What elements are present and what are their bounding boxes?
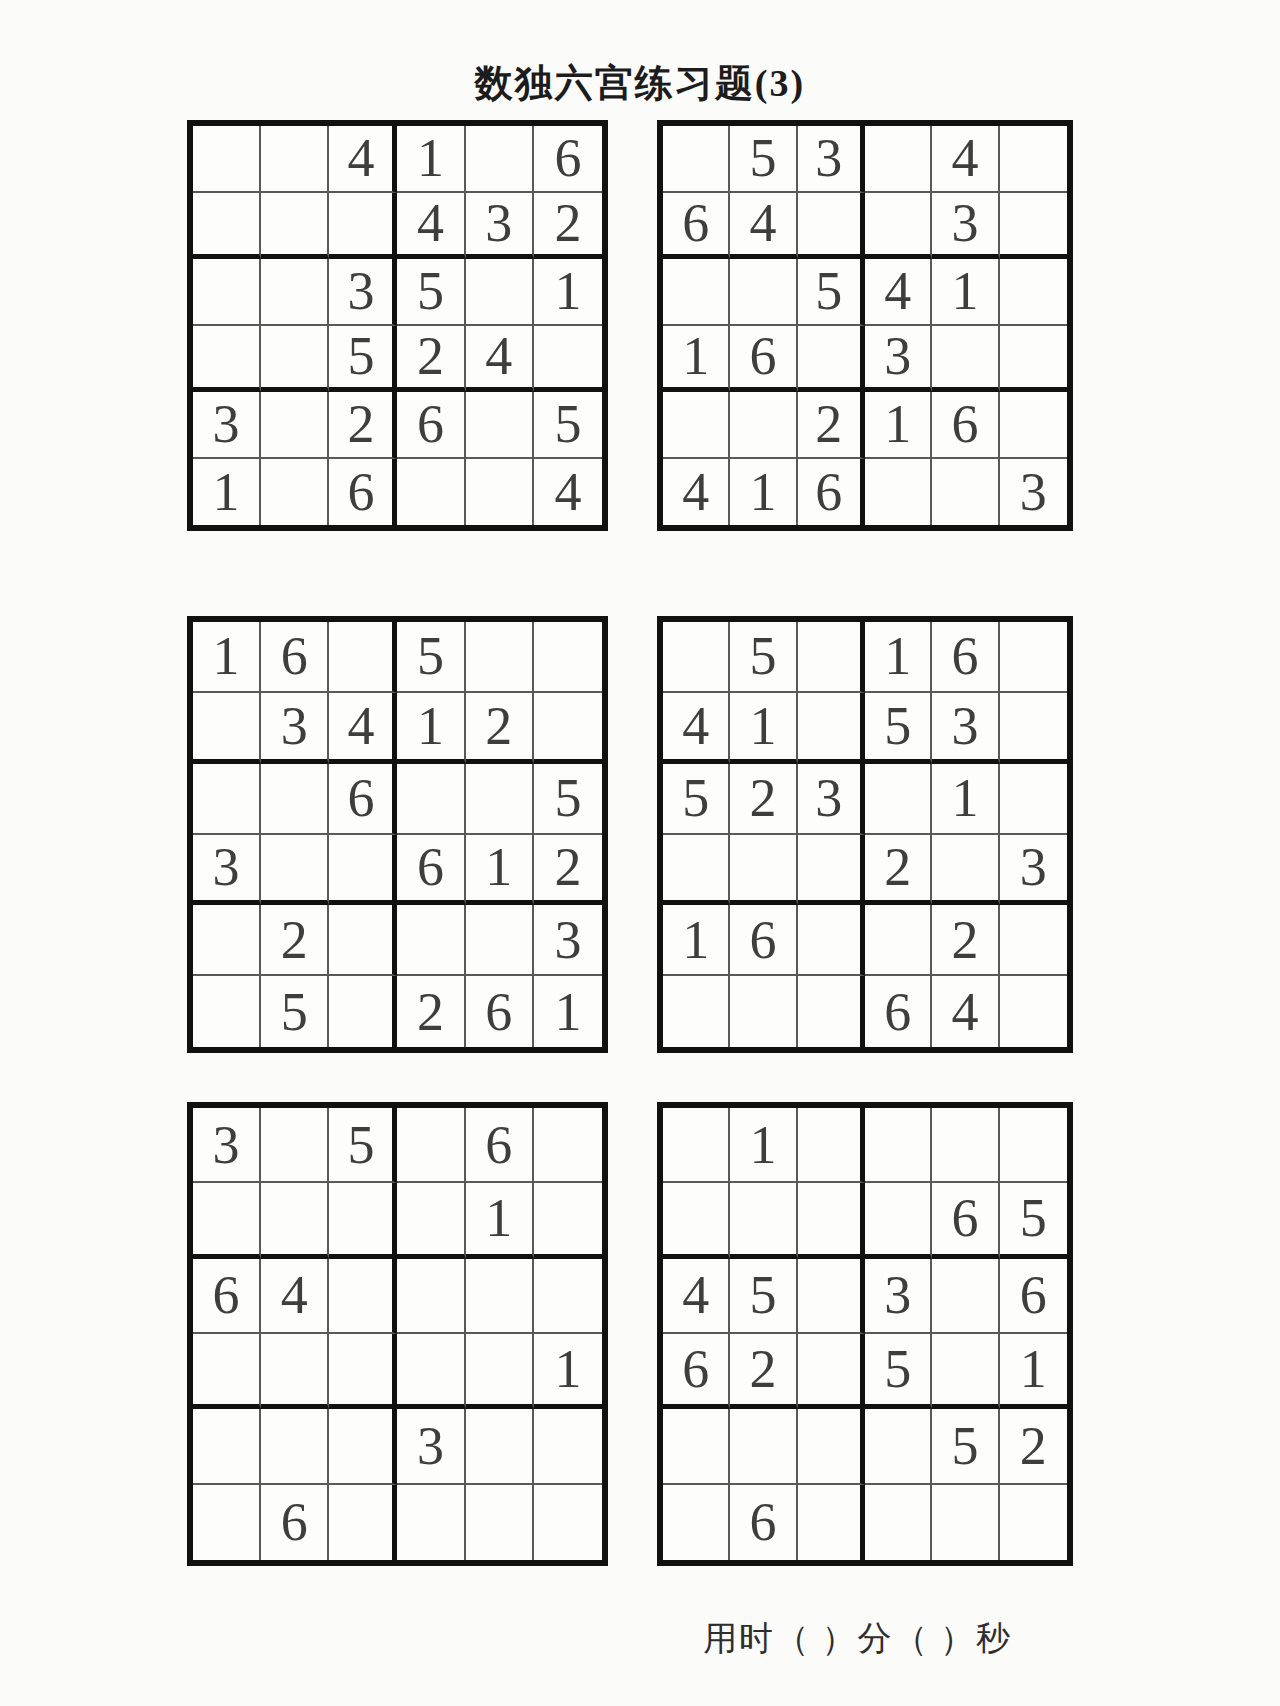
sudoku-cell-given: 3 bbox=[1000, 835, 1067, 906]
sudoku-cell-given: 6 bbox=[663, 1334, 730, 1409]
sudoku-cell-empty bbox=[932, 1259, 999, 1334]
sudoku-cell-empty bbox=[534, 693, 602, 764]
sudoku-cell-empty bbox=[663, 1485, 730, 1560]
sudoku-cell-empty bbox=[663, 1409, 730, 1484]
sudoku-cell-empty bbox=[261, 126, 329, 193]
sudoku-cell-given: 3 bbox=[193, 392, 261, 459]
sudoku-cell-given: 5 bbox=[534, 764, 602, 835]
sudoku-cell-given: 2 bbox=[1000, 1409, 1067, 1484]
sudoku-cell-given: 5 bbox=[261, 976, 329, 1047]
sudoku-cell-given: 4 bbox=[397, 193, 465, 260]
sudoku-cell-given: 2 bbox=[730, 764, 797, 835]
time-used-line: 用时（ ）分（ ）秒 bbox=[703, 1616, 1012, 1662]
sudoku-cell-given: 6 bbox=[397, 835, 465, 906]
sudoku-cell-empty bbox=[466, 1485, 534, 1560]
sudoku-cell-empty bbox=[865, 1183, 932, 1258]
sudoku-cell-empty bbox=[466, 764, 534, 835]
sudoku-cell-empty bbox=[466, 1259, 534, 1334]
sudoku-cell-empty bbox=[865, 764, 932, 835]
sudoku-cell-empty bbox=[1000, 193, 1067, 260]
sudoku-cell-empty bbox=[261, 1108, 329, 1183]
sudoku-cell-given: 6 bbox=[932, 1183, 999, 1258]
sudoku-cell-given: 3 bbox=[466, 193, 534, 260]
sudoku-cell-given: 6 bbox=[261, 1485, 329, 1560]
sudoku-cell-empty bbox=[466, 259, 534, 326]
sudoku-cell-empty bbox=[329, 905, 397, 976]
sudoku-cell-empty bbox=[329, 1409, 397, 1484]
sudoku-cell-given: 6 bbox=[730, 1485, 797, 1560]
sudoku-cell-empty bbox=[730, 976, 797, 1047]
sudoku-cell-empty bbox=[798, 835, 865, 906]
sudoku-cell-given: 5 bbox=[730, 1259, 797, 1334]
sudoku-cell-given: 3 bbox=[798, 126, 865, 193]
sudoku-cell-empty bbox=[466, 392, 534, 459]
sudoku-cell-empty bbox=[261, 1183, 329, 1258]
sudoku-cell-empty bbox=[534, 1259, 602, 1334]
sudoku-cell-given: 3 bbox=[534, 905, 602, 976]
sudoku-cell-given: 2 bbox=[932, 905, 999, 976]
sudoku-cell-empty bbox=[193, 1485, 261, 1560]
sudoku-cell-empty bbox=[798, 193, 865, 260]
sudoku-cell-empty bbox=[1000, 905, 1067, 976]
sudoku-cell-given: 1 bbox=[397, 126, 465, 193]
sudoku-cell-given: 4 bbox=[534, 459, 602, 526]
sudoku-cell-given: 3 bbox=[329, 259, 397, 326]
sudoku-cell-given: 4 bbox=[730, 193, 797, 260]
sudoku-cell-empty bbox=[329, 976, 397, 1047]
sudoku-cell-empty bbox=[466, 126, 534, 193]
sudoku-cell-given: 6 bbox=[466, 1108, 534, 1183]
sudoku-cell-given: 5 bbox=[663, 764, 730, 835]
sudoku-cell-empty bbox=[466, 1334, 534, 1409]
sudoku-cell-empty bbox=[730, 1183, 797, 1258]
sudoku-cell-given: 1 bbox=[730, 1108, 797, 1183]
sudoku-cell-given: 2 bbox=[466, 693, 534, 764]
sudoku-cell-empty bbox=[261, 392, 329, 459]
sudoku-cell-given: 3 bbox=[193, 835, 261, 906]
sudoku-cell-empty bbox=[1000, 259, 1067, 326]
sudoku-cell-empty bbox=[932, 459, 999, 526]
sudoku-cell-given: 6 bbox=[798, 459, 865, 526]
sudoku-cell-empty bbox=[534, 326, 602, 393]
sudoku-cell-given: 4 bbox=[663, 693, 730, 764]
sudoku-cell-empty bbox=[798, 693, 865, 764]
sudoku-cell-given: 6 bbox=[932, 622, 999, 693]
sudoku-cell-empty bbox=[1000, 126, 1067, 193]
sudoku-cell-empty bbox=[798, 1259, 865, 1334]
sudoku-cell-empty bbox=[261, 764, 329, 835]
sudoku-cell-empty bbox=[534, 1108, 602, 1183]
sudoku-cell-given: 5 bbox=[397, 622, 465, 693]
sudoku-cell-given: 3 bbox=[865, 1259, 932, 1334]
sudoku-cell-empty bbox=[466, 622, 534, 693]
sudoku-cell-empty bbox=[932, 835, 999, 906]
sudoku-cell-empty bbox=[193, 259, 261, 326]
sudoku-cell-empty bbox=[261, 835, 329, 906]
sudoku-cell-empty bbox=[193, 326, 261, 393]
sudoku-cell-empty bbox=[534, 622, 602, 693]
sudoku-cell-empty bbox=[397, 1485, 465, 1560]
sudoku-cell-given: 1 bbox=[730, 459, 797, 526]
sudoku-cell-given: 4 bbox=[329, 693, 397, 764]
sudoku-cell-given: 2 bbox=[261, 905, 329, 976]
sudoku-cell-empty bbox=[1000, 693, 1067, 764]
sudoku-cell-empty bbox=[663, 259, 730, 326]
sudoku-cell-empty bbox=[397, 1183, 465, 1258]
sudoku-cell-empty bbox=[466, 459, 534, 526]
sudoku-cell-empty bbox=[397, 1334, 465, 1409]
sudoku-cell-given: 6 bbox=[466, 976, 534, 1047]
sudoku-cell-empty bbox=[329, 835, 397, 906]
sudoku-cell-given: 1 bbox=[466, 835, 534, 906]
sudoku-cell-empty bbox=[261, 1334, 329, 1409]
sudoku-cell-given: 1 bbox=[932, 764, 999, 835]
sudoku-cell-given: 5 bbox=[865, 1334, 932, 1409]
sudoku-cell-given: 3 bbox=[193, 1108, 261, 1183]
sudoku-cell-empty bbox=[193, 1183, 261, 1258]
sudoku-cell-empty bbox=[865, 1108, 932, 1183]
sudoku-cell-given: 6 bbox=[730, 326, 797, 393]
sudoku-cell-given: 4 bbox=[663, 1259, 730, 1334]
sudoku-cell-empty bbox=[798, 622, 865, 693]
sudoku-cell-given: 3 bbox=[932, 193, 999, 260]
sudoku-cell-empty bbox=[261, 1409, 329, 1484]
sudoku-cell-given: 5 bbox=[730, 622, 797, 693]
sudoku-cell-empty bbox=[193, 193, 261, 260]
sudoku-cell-empty bbox=[534, 1409, 602, 1484]
sudoku-cell-given: 6 bbox=[193, 1259, 261, 1334]
sudoku-cell-given: 1 bbox=[193, 459, 261, 526]
sudoku-cell-empty bbox=[865, 193, 932, 260]
sudoku-cell-empty bbox=[1000, 764, 1067, 835]
sudoku-cell-given: 4 bbox=[466, 326, 534, 393]
sudoku-cell-empty bbox=[193, 126, 261, 193]
sudoku-cell-given: 6 bbox=[329, 764, 397, 835]
sudoku-cell-empty bbox=[534, 1485, 602, 1560]
sudoku-cell-given: 6 bbox=[1000, 1259, 1067, 1334]
sudoku-cell-empty bbox=[798, 1409, 865, 1484]
sudoku-cell-given: 6 bbox=[865, 976, 932, 1047]
sudoku-cell-empty bbox=[865, 459, 932, 526]
sudoku-cell-given: 1 bbox=[534, 976, 602, 1047]
sudoku-board-top-right: 5346435411632164163 bbox=[657, 120, 1073, 531]
sudoku-cell-given: 5 bbox=[397, 259, 465, 326]
sudoku-cell-given: 5 bbox=[798, 259, 865, 326]
sudoku-cell-given: 5 bbox=[730, 126, 797, 193]
sudoku-cell-given: 2 bbox=[534, 193, 602, 260]
sudoku-cell-empty bbox=[798, 326, 865, 393]
sudoku-cell-given: 1 bbox=[397, 693, 465, 764]
sudoku-cell-given: 6 bbox=[397, 392, 465, 459]
sudoku-cell-empty bbox=[663, 835, 730, 906]
sudoku-cell-empty bbox=[663, 126, 730, 193]
sudoku-cell-empty bbox=[261, 459, 329, 526]
sudoku-cell-empty bbox=[397, 1108, 465, 1183]
sudoku-cell-empty bbox=[193, 764, 261, 835]
sudoku-cell-empty bbox=[466, 905, 534, 976]
sudoku-cell-given: 5 bbox=[865, 693, 932, 764]
sudoku-cell-given: 5 bbox=[932, 1409, 999, 1484]
sudoku-cell-empty bbox=[730, 835, 797, 906]
sudoku-cell-empty bbox=[534, 1183, 602, 1258]
sudoku-cell-empty bbox=[865, 905, 932, 976]
sudoku-board-bottom-right: 16545366251526 bbox=[657, 1102, 1073, 1566]
sudoku-cell-empty bbox=[1000, 392, 1067, 459]
sudoku-cell-empty bbox=[261, 193, 329, 260]
sudoku-board-bottom-left: 356164136 bbox=[187, 1102, 608, 1566]
sudoku-cell-empty bbox=[865, 1485, 932, 1560]
sudoku-cell-empty bbox=[329, 1485, 397, 1560]
sudoku-cell-given: 4 bbox=[865, 259, 932, 326]
sudoku-cell-given: 6 bbox=[730, 905, 797, 976]
sudoku-cell-given: 3 bbox=[261, 693, 329, 764]
sudoku-cell-given: 1 bbox=[865, 622, 932, 693]
sudoku-cell-given: 5 bbox=[329, 1108, 397, 1183]
sudoku-cell-given: 3 bbox=[865, 326, 932, 393]
sudoku-cell-given: 4 bbox=[329, 126, 397, 193]
sudoku-cell-empty bbox=[397, 1259, 465, 1334]
sudoku-cell-empty bbox=[932, 326, 999, 393]
sudoku-cell-empty bbox=[663, 622, 730, 693]
sudoku-cell-given: 6 bbox=[261, 622, 329, 693]
sudoku-cell-given: 2 bbox=[865, 835, 932, 906]
sudoku-cell-empty bbox=[193, 1334, 261, 1409]
sudoku-cell-empty bbox=[1000, 1485, 1067, 1560]
sudoku-cell-empty bbox=[932, 1334, 999, 1409]
sudoku-cell-empty bbox=[329, 622, 397, 693]
sudoku-cell-empty bbox=[397, 905, 465, 976]
sudoku-cell-empty bbox=[798, 1334, 865, 1409]
sudoku-cell-given: 1 bbox=[865, 392, 932, 459]
sudoku-cell-given: 4 bbox=[932, 976, 999, 1047]
sudoku-cell-empty bbox=[193, 976, 261, 1047]
sudoku-board-top-left: 4164323515243265164 bbox=[187, 120, 608, 531]
sudoku-cell-empty bbox=[329, 193, 397, 260]
sudoku-cell-empty bbox=[730, 259, 797, 326]
sudoku-cell-empty bbox=[329, 1183, 397, 1258]
sudoku-cell-empty bbox=[329, 1259, 397, 1334]
sudoku-cell-empty bbox=[932, 1485, 999, 1560]
sudoku-cell-given: 3 bbox=[1000, 459, 1067, 526]
sudoku-cell-given: 4 bbox=[261, 1259, 329, 1334]
sudoku-cell-given: 1 bbox=[730, 693, 797, 764]
sudoku-cell-given: 1 bbox=[193, 622, 261, 693]
page-title: 数独六宫练习题(3) bbox=[0, 58, 1280, 109]
sudoku-cell-empty bbox=[1000, 622, 1067, 693]
sudoku-cell-given: 6 bbox=[534, 126, 602, 193]
sudoku-cell-given: 1 bbox=[1000, 1334, 1067, 1409]
sudoku-cell-given: 2 bbox=[397, 326, 465, 393]
sudoku-cell-empty bbox=[730, 392, 797, 459]
sudoku-cell-given: 2 bbox=[534, 835, 602, 906]
sudoku-cell-empty bbox=[261, 326, 329, 393]
sudoku-cell-given: 5 bbox=[534, 392, 602, 459]
sudoku-cell-empty bbox=[193, 1409, 261, 1484]
sudoku-cell-empty bbox=[798, 1485, 865, 1560]
sudoku-cell-empty bbox=[798, 976, 865, 1047]
sudoku-cell-given: 2 bbox=[798, 392, 865, 459]
sudoku-cell-given: 6 bbox=[663, 193, 730, 260]
sudoku-cell-empty bbox=[1000, 326, 1067, 393]
sudoku-cell-empty bbox=[193, 693, 261, 764]
sudoku-cell-given: 3 bbox=[397, 1409, 465, 1484]
sudoku-cell-given: 3 bbox=[932, 693, 999, 764]
sudoku-cell-empty bbox=[730, 1409, 797, 1484]
sudoku-cell-given: 1 bbox=[663, 326, 730, 393]
sudoku-cell-given: 5 bbox=[1000, 1183, 1067, 1258]
sudoku-cell-empty bbox=[261, 259, 329, 326]
sudoku-cell-empty bbox=[798, 905, 865, 976]
sudoku-cell-given: 1 bbox=[466, 1183, 534, 1258]
sudoku-cell-given: 4 bbox=[663, 459, 730, 526]
sudoku-cell-empty bbox=[329, 1334, 397, 1409]
sudoku-cell-given: 5 bbox=[329, 326, 397, 393]
sudoku-cell-given: 1 bbox=[932, 259, 999, 326]
sudoku-cell-empty bbox=[1000, 976, 1067, 1047]
sudoku-cell-empty bbox=[193, 905, 261, 976]
sudoku-cell-given: 6 bbox=[329, 459, 397, 526]
sudoku-cell-empty bbox=[663, 1183, 730, 1258]
sudoku-cell-given: 2 bbox=[730, 1334, 797, 1409]
sudoku-cell-given: 2 bbox=[329, 392, 397, 459]
sudoku-cell-given: 3 bbox=[798, 764, 865, 835]
sudoku-cell-given: 2 bbox=[397, 976, 465, 1047]
sudoku-cell-empty bbox=[798, 1108, 865, 1183]
sudoku-cell-given: 4 bbox=[932, 126, 999, 193]
sudoku-cell-empty bbox=[865, 1409, 932, 1484]
sudoku-cell-empty bbox=[663, 392, 730, 459]
sudoku-cell-empty bbox=[1000, 1108, 1067, 1183]
sudoku-cell-empty bbox=[466, 1409, 534, 1484]
sudoku-cell-empty bbox=[663, 976, 730, 1047]
sudoku-cell-empty bbox=[397, 764, 465, 835]
sudoku-cell-empty bbox=[932, 1108, 999, 1183]
sudoku-cell-empty bbox=[397, 459, 465, 526]
sudoku-cell-empty bbox=[865, 126, 932, 193]
sudoku-board-middle-right: 516415352312316264 bbox=[657, 616, 1073, 1053]
sudoku-board-middle-left: 1653412653612235261 bbox=[187, 616, 608, 1053]
sudoku-worksheet-page: 数独六宫练习题(3) 4164323515243265164 534643541… bbox=[0, 0, 1280, 1706]
sudoku-cell-given: 1 bbox=[534, 1334, 602, 1409]
sudoku-cell-given: 1 bbox=[534, 259, 602, 326]
sudoku-cell-given: 6 bbox=[932, 392, 999, 459]
sudoku-cell-given: 1 bbox=[663, 905, 730, 976]
sudoku-cell-empty bbox=[798, 1183, 865, 1258]
sudoku-cell-empty bbox=[663, 1108, 730, 1183]
